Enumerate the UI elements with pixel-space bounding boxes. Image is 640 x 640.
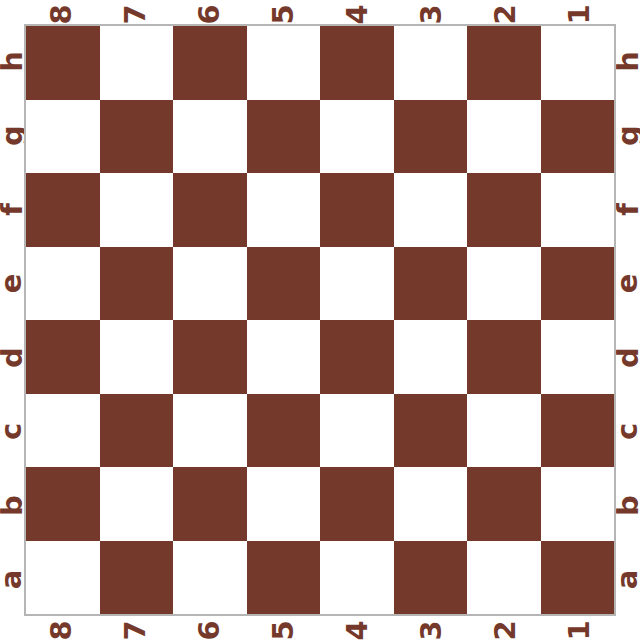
rank-label-3-bottom: 3 (394, 616, 468, 640)
coordinate-label-text: b (613, 495, 640, 516)
chessboard-diagram: 87654321 87654321 hgfedcba hgfedcba (0, 0, 640, 640)
file-label-g-right: g (616, 98, 640, 172)
coordinate-label-text: 8 (47, 4, 76, 24)
square-b5[interactable] (247, 467, 321, 541)
rank-label-8-bottom: 8 (24, 616, 98, 640)
square-d2[interactable] (467, 320, 541, 394)
square-g5[interactable] (247, 100, 321, 174)
rank-label-2-bottom: 2 (468, 616, 542, 640)
rank-label-6-bottom: 6 (172, 616, 246, 640)
square-f5[interactable] (247, 173, 321, 247)
coordinate-label-text: 4 (343, 4, 372, 24)
file-label-b-right: b (616, 468, 640, 542)
square-a7[interactable] (100, 541, 174, 615)
square-f1[interactable] (541, 173, 615, 247)
rank-label-7-bottom: 7 (98, 616, 172, 640)
coordinate-label-text: 8 (47, 620, 76, 640)
coordinate-label-text: 4 (343, 620, 372, 640)
coordinate-label-text: 3 (417, 4, 446, 24)
square-e2[interactable] (467, 247, 541, 321)
square-d1[interactable] (541, 320, 615, 394)
coordinate-label-text: g (613, 125, 640, 146)
coordinate-label-text: e (0, 273, 26, 293)
square-b1[interactable] (541, 467, 615, 541)
coordinate-label-text: h (0, 51, 27, 72)
square-e5[interactable] (247, 247, 321, 321)
square-e1[interactable] (541, 247, 615, 321)
square-h3[interactable] (394, 26, 468, 100)
coordinate-label-text: 5 (269, 4, 298, 24)
square-h4[interactable] (320, 26, 394, 100)
coordinate-label-text: f (0, 203, 27, 216)
square-c3[interactable] (394, 394, 468, 468)
square-c1[interactable] (541, 394, 615, 468)
coordinate-label-text: 5 (269, 620, 298, 640)
square-a3[interactable] (394, 541, 468, 615)
square-a5[interactable] (247, 541, 321, 615)
coordinate-label-text: 2 (491, 4, 520, 24)
file-label-h-left: h (0, 24, 24, 98)
square-e6[interactable] (173, 247, 247, 321)
square-h2[interactable] (467, 26, 541, 100)
square-e4[interactable] (320, 247, 394, 321)
square-f8[interactable] (26, 173, 100, 247)
file-label-c-right: c (616, 394, 640, 468)
square-a6[interactable] (173, 541, 247, 615)
file-label-f-right: f (616, 172, 640, 246)
square-c8[interactable] (26, 394, 100, 468)
square-d8[interactable] (26, 320, 100, 394)
coordinate-label-text: d (0, 347, 26, 368)
coordinate-label-text: a (0, 569, 26, 589)
square-a8[interactable] (26, 541, 100, 615)
file-label-e-right: e (616, 246, 640, 320)
square-f4[interactable] (320, 173, 394, 247)
coordinate-label-text: 6 (195, 620, 224, 640)
square-g1[interactable] (541, 100, 615, 174)
square-c6[interactable] (173, 394, 247, 468)
coordinate-label-text: b (0, 495, 26, 516)
square-b3[interactable] (394, 467, 468, 541)
coordinate-label-text: c (613, 422, 640, 439)
square-h7[interactable] (100, 26, 174, 100)
square-f7[interactable] (100, 173, 174, 247)
square-h8[interactable] (26, 26, 100, 100)
square-h6[interactable] (173, 26, 247, 100)
coordinate-label-text: g (0, 125, 26, 146)
square-g4[interactable] (320, 100, 394, 174)
coordinate-label-text: f (614, 203, 640, 216)
square-c4[interactable] (320, 394, 394, 468)
rank-labels-bottom: 87654321 (24, 616, 616, 640)
coordinate-label-text: 7 (121, 4, 150, 24)
coordinate-label-text: 1 (565, 620, 594, 640)
square-e3[interactable] (394, 247, 468, 321)
square-d6[interactable] (173, 320, 247, 394)
file-label-b-left: b (0, 468, 24, 542)
file-label-f-left: f (0, 172, 24, 246)
square-d5[interactable] (247, 320, 321, 394)
square-c2[interactable] (467, 394, 541, 468)
square-h1[interactable] (541, 26, 615, 100)
square-e7[interactable] (100, 247, 174, 321)
square-d3[interactable] (394, 320, 468, 394)
square-a2[interactable] (467, 541, 541, 615)
square-c5[interactable] (247, 394, 321, 468)
rank-labels-top: 87654321 (24, 0, 616, 24)
file-label-a-right: a (616, 542, 640, 616)
rank-label-5-bottom: 5 (246, 616, 320, 640)
coordinate-label-text: 6 (195, 4, 224, 24)
square-g7[interactable] (100, 100, 174, 174)
chess-board (24, 24, 616, 616)
file-labels-left: hgfedcba (0, 24, 24, 616)
square-h5[interactable] (247, 26, 321, 100)
file-label-e-left: e (0, 246, 24, 320)
square-a1[interactable] (541, 541, 615, 615)
square-d4[interactable] (320, 320, 394, 394)
coordinate-label-text: 7 (121, 620, 150, 640)
file-label-c-left: c (0, 394, 24, 468)
square-c7[interactable] (100, 394, 174, 468)
coordinate-label-text: h (614, 51, 640, 72)
coordinate-label-text: d (613, 347, 640, 368)
coordinate-label-text: c (0, 422, 26, 439)
square-b6[interactable] (173, 467, 247, 541)
file-label-g-left: g (0, 98, 24, 172)
coordinate-label-text: 1 (565, 4, 594, 24)
square-g6[interactable] (173, 100, 247, 174)
square-d7[interactable] (100, 320, 174, 394)
square-f6[interactable] (173, 173, 247, 247)
file-label-h-right: h (616, 24, 640, 98)
square-b2[interactable] (467, 467, 541, 541)
coordinate-label-text: e (613, 273, 640, 293)
square-e8[interactable] (26, 247, 100, 321)
square-f2[interactable] (467, 173, 541, 247)
square-f3[interactable] (394, 173, 468, 247)
coordinate-label-text: a (613, 569, 640, 589)
coordinate-label-text: 3 (417, 620, 446, 640)
square-a4[interactable] (320, 541, 394, 615)
square-g2[interactable] (467, 100, 541, 174)
rank-label-1-bottom: 1 (542, 616, 616, 640)
file-label-d-left: d (0, 320, 24, 394)
rank-label-4-bottom: 4 (320, 616, 394, 640)
square-b4[interactable] (320, 467, 394, 541)
square-b8[interactable] (26, 467, 100, 541)
file-label-a-left: a (0, 542, 24, 616)
square-g3[interactable] (394, 100, 468, 174)
square-b7[interactable] (100, 467, 174, 541)
square-g8[interactable] (26, 100, 100, 174)
coordinate-label-text: 2 (491, 620, 520, 640)
file-label-d-right: d (616, 320, 640, 394)
file-labels-right: hgfedcba (616, 24, 640, 616)
